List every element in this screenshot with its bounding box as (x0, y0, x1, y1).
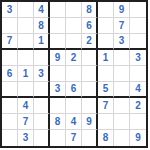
sudoku-cell-given-r5c1: 6 (2, 66, 18, 82)
sudoku-cell-empty-r6c8[interactable] (114, 82, 130, 98)
sudoku-cell-given-r5c3: 3 (34, 66, 50, 82)
sudoku-cell-given-r3c8: 3 (114, 34, 130, 50)
sudoku-cell-empty-r7c8[interactable] (114, 98, 130, 114)
sudoku-cell-empty-r2c1[interactable] (2, 18, 18, 34)
sudoku-cell-given-r2c3: 8 (34, 18, 50, 34)
sudoku-cell-given-r2c8: 7 (114, 18, 130, 34)
sudoku-cell-empty-r8c7[interactable] (98, 114, 114, 130)
sudoku-cell-empty-r7c5[interactable] (66, 98, 82, 114)
sudoku-cell-empty-r7c4[interactable] (50, 98, 66, 114)
sudoku-cell-given-r9c2: 3 (18, 130, 34, 146)
sudoku-cell-given-r9c7: 8 (98, 130, 114, 146)
sudoku-cell-empty-r8c1[interactable] (2, 114, 18, 130)
sudoku-cell-empty-r2c2[interactable] (18, 18, 34, 34)
sudoku-cell-empty-r6c1[interactable] (2, 82, 18, 98)
sudoku-cell-given-r1c6: 8 (82, 2, 98, 18)
sudoku-cell-empty-r4c2[interactable] (18, 50, 34, 66)
sudoku-cell-given-r8c2: 7 (18, 114, 34, 130)
sudoku-cell-empty-r7c6[interactable] (82, 98, 98, 114)
sudoku-cell-empty-r2c7[interactable] (98, 18, 114, 34)
sudoku-cell-given-r8c6: 9 (82, 114, 98, 130)
sudoku-cell-empty-r5c4[interactable] (50, 66, 66, 82)
sudoku-cell-empty-r8c3[interactable] (34, 114, 50, 130)
sudoku-cell-empty-r3c5[interactable] (66, 34, 82, 50)
sudoku-cell-empty-r1c9[interactable] (130, 2, 146, 18)
sudoku-cell-empty-r6c3[interactable] (34, 82, 50, 98)
sudoku-cell-given-r6c5: 6 (66, 82, 82, 98)
sudoku-cell-empty-r2c5[interactable] (66, 18, 82, 34)
sudoku-cell-given-r5c2: 1 (18, 66, 34, 82)
sudoku-cell-empty-r1c5[interactable] (66, 2, 82, 18)
sudoku-cell-empty-r1c2[interactable] (18, 2, 34, 18)
sudoku-cell-empty-r9c3[interactable] (34, 130, 50, 146)
sudoku-cell-empty-r2c4[interactable] (50, 18, 66, 34)
sudoku-board: 348986771239213613365447278493789 (0, 0, 148, 148)
sudoku-cell-given-r7c7: 7 (98, 98, 114, 114)
sudoku-cell-given-r1c1: 3 (2, 2, 18, 18)
sudoku-cell-given-r8c5: 4 (66, 114, 82, 130)
sudoku-cell-empty-r9c6[interactable] (82, 130, 98, 146)
sudoku-cell-given-r4c9: 3 (130, 50, 146, 66)
sudoku-cell-empty-r5c6[interactable] (82, 66, 98, 82)
sudoku-cell-empty-r2c9[interactable] (130, 18, 146, 34)
sudoku-cell-given-r9c5: 7 (66, 130, 82, 146)
sudoku-cell-given-r3c6: 2 (82, 34, 98, 50)
sudoku-cell-empty-r8c9[interactable] (130, 114, 146, 130)
sudoku-cell-empty-r9c4[interactable] (50, 130, 66, 146)
sudoku-cell-empty-r5c7[interactable] (98, 66, 114, 82)
sudoku-cell-empty-r4c8[interactable] (114, 50, 130, 66)
sudoku-cell-given-r3c3: 1 (34, 34, 50, 50)
sudoku-cell-given-r1c8: 9 (114, 2, 130, 18)
sudoku-cell-given-r3c1: 7 (2, 34, 18, 50)
sudoku-cell-given-r7c2: 4 (18, 98, 34, 114)
sudoku-cell-given-r2c6: 6 (82, 18, 98, 34)
sudoku-cell-given-r7c9: 2 (130, 98, 146, 114)
sudoku-cell-given-r8c4: 8 (50, 114, 66, 130)
sudoku-cell-empty-r5c5[interactable] (66, 66, 82, 82)
sudoku-cell-empty-r3c7[interactable] (98, 34, 114, 50)
sudoku-cell-given-r6c4: 3 (50, 82, 66, 98)
sudoku-cell-empty-r4c6[interactable] (82, 50, 98, 66)
sudoku-cell-empty-r6c6[interactable] (82, 82, 98, 98)
sudoku-cell-given-r4c5: 2 (66, 50, 82, 66)
sudoku-cell-empty-r4c1[interactable] (2, 50, 18, 66)
sudoku-cell-empty-r1c7[interactable] (98, 2, 114, 18)
sudoku-cell-empty-r3c2[interactable] (18, 34, 34, 50)
sudoku-cell-empty-r9c1[interactable] (2, 130, 18, 146)
sudoku-cell-empty-r5c8[interactable] (114, 66, 130, 82)
sudoku-cell-given-r6c9: 4 (130, 82, 146, 98)
sudoku-cell-empty-r1c4[interactable] (50, 2, 66, 18)
sudoku-cell-given-r9c9: 9 (130, 130, 146, 146)
sudoku-cell-empty-r5c9[interactable] (130, 66, 146, 82)
sudoku-cell-given-r1c3: 4 (34, 2, 50, 18)
sudoku-cell-empty-r6c2[interactable] (18, 82, 34, 98)
sudoku-cell-empty-r7c1[interactable] (2, 98, 18, 114)
sudoku-cell-given-r4c4: 9 (50, 50, 66, 66)
sudoku-cell-empty-r3c4[interactable] (50, 34, 66, 50)
sudoku-cell-empty-r9c8[interactable] (114, 130, 130, 146)
sudoku-cell-empty-r3c9[interactable] (130, 34, 146, 50)
sudoku-cell-given-r4c7: 1 (98, 50, 114, 66)
sudoku-cell-given-r6c7: 5 (98, 82, 114, 98)
sudoku-cell-empty-r7c3[interactable] (34, 98, 50, 114)
sudoku-cell-empty-r4c3[interactable] (34, 50, 50, 66)
sudoku-cell-empty-r8c8[interactable] (114, 114, 130, 130)
